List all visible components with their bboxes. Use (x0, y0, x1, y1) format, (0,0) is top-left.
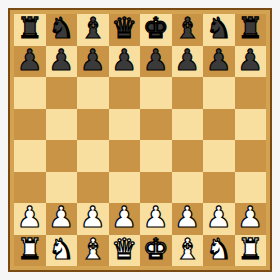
black-pawn-piece[interactable]: ♟ (174, 46, 200, 77)
black-pawn-piece[interactable]: ♟ (206, 46, 232, 77)
square-c1[interactable]: ♝ (77, 235, 109, 267)
black-bishop-piece[interactable]: ♝ (174, 14, 200, 45)
black-rook-piece[interactable]: ♜ (17, 14, 43, 45)
black-pawn-piece[interactable]: ♟ (111, 46, 137, 77)
square-h4[interactable] (235, 140, 267, 172)
white-pawn-piece[interactable]: ♟ (206, 203, 232, 234)
square-d8[interactable]: ♛ (109, 14, 141, 46)
square-g2[interactable]: ♟ (203, 203, 235, 235)
square-e1[interactable]: ♚ (140, 235, 172, 267)
square-a7[interactable]: ♟ (14, 46, 46, 78)
square-e2[interactable]: ♟ (140, 203, 172, 235)
square-g5[interactable] (203, 109, 235, 141)
square-a5[interactable] (14, 109, 46, 141)
black-pawn-piece[interactable]: ♟ (80, 46, 106, 77)
square-b6[interactable] (46, 77, 78, 109)
white-king-piece[interactable]: ♚ (143, 235, 169, 266)
square-h1[interactable]: ♜ (235, 235, 267, 267)
black-bishop-piece[interactable]: ♝ (80, 14, 106, 45)
square-a8[interactable]: ♜ (14, 14, 46, 46)
white-pawn-piece[interactable]: ♟ (237, 203, 263, 234)
white-bishop-piece[interactable]: ♝ (80, 235, 106, 266)
square-h5[interactable] (235, 109, 267, 141)
square-d2[interactable]: ♟ (109, 203, 141, 235)
square-d3[interactable] (109, 172, 141, 204)
square-h8[interactable]: ♜ (235, 14, 267, 46)
black-queen-piece[interactable]: ♛ (111, 14, 137, 45)
square-e6[interactable] (140, 77, 172, 109)
square-c8[interactable]: ♝ (77, 14, 109, 46)
square-a6[interactable] (14, 77, 46, 109)
square-d6[interactable] (109, 77, 141, 109)
square-d1[interactable]: ♛ (109, 235, 141, 267)
square-e4[interactable] (140, 140, 172, 172)
square-g8[interactable]: ♞ (203, 14, 235, 46)
square-f3[interactable] (172, 172, 204, 204)
white-pawn-piece[interactable]: ♟ (80, 203, 106, 234)
square-a3[interactable] (14, 172, 46, 204)
square-c4[interactable] (77, 140, 109, 172)
square-e7[interactable]: ♟ (140, 46, 172, 78)
black-knight-piece[interactable]: ♞ (206, 14, 232, 45)
white-queen-piece[interactable]: ♛ (111, 235, 137, 266)
white-pawn-piece[interactable]: ♟ (111, 203, 137, 234)
square-a2[interactable]: ♟ (14, 203, 46, 235)
square-h7[interactable]: ♟ (235, 46, 267, 78)
square-d5[interactable] (109, 109, 141, 141)
black-pawn-piece[interactable]: ♟ (143, 46, 169, 77)
white-rook-piece[interactable]: ♜ (17, 235, 43, 266)
black-knight-piece[interactable]: ♞ (48, 14, 74, 45)
square-d7[interactable]: ♟ (109, 46, 141, 78)
square-f5[interactable] (172, 109, 204, 141)
square-c5[interactable] (77, 109, 109, 141)
square-g3[interactable] (203, 172, 235, 204)
white-knight-piece[interactable]: ♞ (206, 235, 232, 266)
white-pawn-piece[interactable]: ♟ (143, 203, 169, 234)
square-f1[interactable]: ♝ (172, 235, 204, 267)
black-pawn-piece[interactable]: ♟ (237, 46, 263, 77)
white-pawn-piece[interactable]: ♟ (174, 203, 200, 234)
square-b1[interactable]: ♞ (46, 235, 78, 267)
square-c7[interactable]: ♟ (77, 46, 109, 78)
white-knight-piece[interactable]: ♞ (48, 235, 74, 266)
white-pawn-piece[interactable]: ♟ (48, 203, 74, 234)
square-h2[interactable]: ♟ (235, 203, 267, 235)
square-f7[interactable]: ♟ (172, 46, 204, 78)
square-f4[interactable] (172, 140, 204, 172)
square-g4[interactable] (203, 140, 235, 172)
square-b5[interactable] (46, 109, 78, 141)
square-g6[interactable] (203, 77, 235, 109)
square-c3[interactable] (77, 172, 109, 204)
square-b3[interactable] (46, 172, 78, 204)
square-c6[interactable] (77, 77, 109, 109)
white-rook-piece[interactable]: ♜ (237, 235, 263, 266)
square-b2[interactable]: ♟ (46, 203, 78, 235)
white-bishop-piece[interactable]: ♝ (174, 235, 200, 266)
black-rook-piece[interactable]: ♜ (237, 14, 263, 45)
square-c2[interactable]: ♟ (77, 203, 109, 235)
square-g7[interactable]: ♟ (203, 46, 235, 78)
square-h6[interactable] (235, 77, 267, 109)
square-b7[interactable]: ♟ (46, 46, 78, 78)
square-b8[interactable]: ♞ (46, 14, 78, 46)
black-king-piece[interactable]: ♚ (143, 14, 169, 45)
square-b4[interactable] (46, 140, 78, 172)
square-e8[interactable]: ♚ (140, 14, 172, 46)
square-e5[interactable] (140, 109, 172, 141)
chess-board: ♜♞♝♛♚♝♞♜♟♟♟♟♟♟♟♟♟♟♟♟♟♟♟♟♜♞♝♛♚♝♞♜ (8, 8, 272, 272)
square-d4[interactable] (109, 140, 141, 172)
square-e3[interactable] (140, 172, 172, 204)
square-h3[interactable] (235, 172, 267, 204)
square-f6[interactable] (172, 77, 204, 109)
square-g1[interactable]: ♞ (203, 235, 235, 267)
black-pawn-piece[interactable]: ♟ (17, 46, 43, 77)
square-f2[interactable]: ♟ (172, 203, 204, 235)
chess-board-grid: ♜♞♝♛♚♝♞♜♟♟♟♟♟♟♟♟♟♟♟♟♟♟♟♟♜♞♝♛♚♝♞♜ (14, 14, 266, 266)
square-a1[interactable]: ♜ (14, 235, 46, 267)
black-pawn-piece[interactable]: ♟ (48, 46, 74, 77)
square-a4[interactable] (14, 140, 46, 172)
white-pawn-piece[interactable]: ♟ (17, 203, 43, 234)
square-f8[interactable]: ♝ (172, 14, 204, 46)
